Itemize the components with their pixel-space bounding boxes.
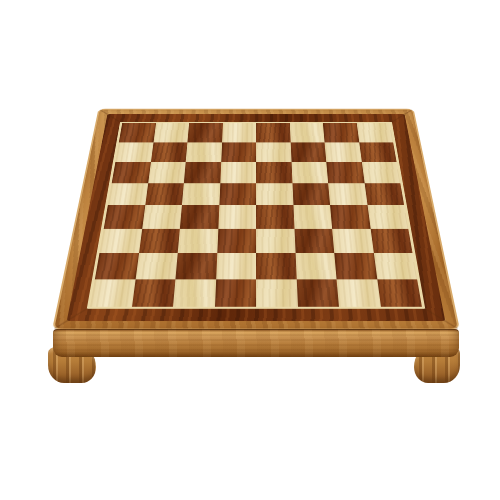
square-r0c7 (356, 123, 393, 142)
square-r0c1 (153, 123, 189, 142)
square-r7c1 (132, 279, 176, 307)
square-r3c3 (219, 183, 256, 205)
square-r6c6 (334, 253, 377, 279)
square-r0c6 (323, 123, 359, 142)
square-r7c0 (90, 279, 135, 307)
square-r5c7 (370, 228, 412, 253)
square-r5c3 (217, 228, 256, 253)
product-photo (0, 0, 500, 500)
square-r0c3 (222, 123, 256, 142)
square-r6c1 (135, 253, 178, 279)
square-r5c1 (139, 228, 180, 253)
square-r4c4 (256, 205, 294, 228)
square-r1c3 (221, 142, 256, 162)
rosewood-inner-band (67, 114, 445, 321)
square-r4c3 (218, 205, 256, 228)
square-r3c1 (145, 183, 184, 205)
square-r1c0 (115, 142, 153, 162)
square-r2c0 (112, 162, 151, 183)
square-r7c4 (256, 279, 297, 307)
square-r6c4 (256, 253, 296, 279)
square-r7c5 (296, 279, 339, 307)
square-r7c7 (377, 279, 422, 307)
square-r5c5 (294, 228, 334, 253)
chess-board-top (52, 109, 460, 330)
square-r0c0 (119, 123, 156, 142)
square-r3c4 (256, 183, 293, 205)
square-r1c5 (290, 142, 326, 162)
square-r4c0 (104, 205, 145, 228)
square-r3c2 (182, 183, 220, 205)
square-r0c2 (187, 123, 222, 142)
square-r6c2 (175, 253, 216, 279)
square-r5c2 (178, 228, 218, 253)
square-r2c6 (326, 162, 364, 183)
square-r2c4 (256, 162, 292, 183)
square-r3c7 (364, 183, 404, 205)
square-r5c6 (332, 228, 373, 253)
square-r4c5 (293, 205, 332, 228)
square-r1c2 (186, 142, 222, 162)
square-r2c2 (184, 162, 221, 183)
checkerboard-grid (87, 122, 425, 309)
square-r5c4 (256, 228, 295, 253)
square-r1c6 (325, 142, 362, 162)
square-r1c1 (151, 142, 188, 162)
square-r7c3 (215, 279, 256, 307)
square-r7c6 (337, 279, 381, 307)
square-r4c6 (330, 205, 370, 228)
square-r1c7 (359, 142, 397, 162)
square-r6c5 (295, 253, 336, 279)
square-r7c2 (173, 279, 216, 307)
square-r5c0 (99, 228, 141, 253)
square-r2c5 (291, 162, 328, 183)
square-r6c0 (95, 253, 139, 279)
square-r0c5 (289, 123, 324, 142)
square-r2c1 (148, 162, 186, 183)
square-r4c2 (180, 205, 219, 228)
square-r1c4 (256, 142, 291, 162)
board-apron (53, 329, 459, 357)
square-r4c7 (367, 205, 408, 228)
square-r3c0 (108, 183, 148, 205)
square-r6c3 (216, 253, 256, 279)
square-r3c5 (292, 183, 330, 205)
square-r2c3 (220, 162, 256, 183)
square-r0c4 (256, 123, 290, 142)
square-r6c7 (373, 253, 417, 279)
square-r4c1 (142, 205, 182, 228)
square-r3c6 (328, 183, 367, 205)
square-r2c7 (361, 162, 400, 183)
